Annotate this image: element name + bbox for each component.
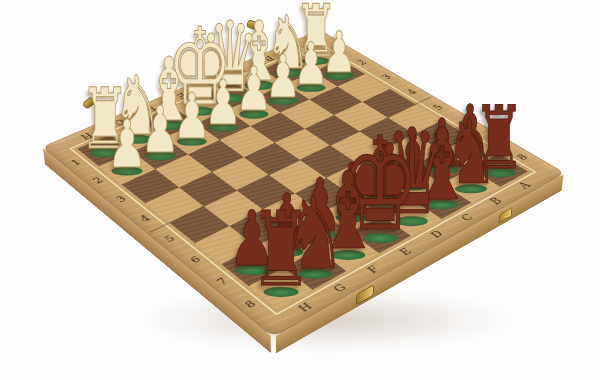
- coord-rank-3-lower-left: 3: [110, 192, 133, 206]
- coord-file-c-upper-left: C: [230, 65, 250, 76]
- coord-rank-8-upper-right: 8: [511, 151, 534, 164]
- coord-rank-1-lower-left: 1: [65, 156, 87, 169]
- coord-file-e-upper-left: E: [171, 90, 192, 101]
- coord-rank-2-lower-left: 2: [87, 174, 110, 187]
- coord-rank-4-upper-right: 4: [402, 87, 423, 98]
- coord-file-h-upper-left: H: [75, 130, 97, 142]
- coord-rank-1-upper-right: 1: [328, 44, 348, 54]
- product-photo: AA11BB22CC33DD44EE55FF66GG77HH88 ♜♞♟♝♟♛♟…: [0, 0, 600, 380]
- coord-file-a-upper-left: A: [286, 42, 306, 52]
- brass-hook: [82, 96, 96, 110]
- coord-rank-2-upper-right: 2: [352, 57, 372, 67]
- coord-rank-7-upper-right: 7: [482, 134, 504, 146]
- brass-hook: [246, 19, 260, 30]
- coord-rank-7-lower-left: 7: [210, 273, 235, 289]
- coord-rank-6-lower-left: 6: [183, 252, 208, 268]
- coord-file-b-upper-left: B: [258, 53, 278, 63]
- coord-rank-5-lower-left: 5: [158, 231, 182, 246]
- coord-rank-4-lower-left: 4: [133, 211, 157, 226]
- coord-file-d-upper-left: D: [201, 77, 222, 88]
- coord-rank-5-upper-right: 5: [428, 102, 449, 114]
- coord-file-g-upper-left: G: [108, 116, 129, 128]
- coord-file-f-upper-left: F: [140, 103, 161, 115]
- coord-rank-3-upper-right: 3: [376, 72, 397, 83]
- coord-rank-6-upper-right: 6: [455, 118, 477, 130]
- board-squares: [77, 46, 528, 309]
- brass-hinge: [498, 207, 512, 223]
- coord-rank-8-lower-left: 8: [237, 296, 263, 313]
